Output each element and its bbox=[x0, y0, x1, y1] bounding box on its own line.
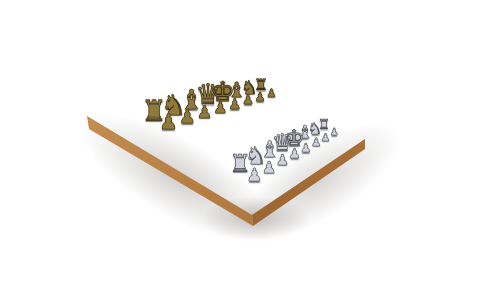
square-c2 bbox=[256, 151, 282, 166]
square-a4 bbox=[195, 148, 227, 164]
square-e1 bbox=[294, 146, 316, 159]
square-f8 bbox=[224, 93, 249, 104]
square-d4 bbox=[244, 130, 270, 143]
square-b7 bbox=[171, 118, 203, 132]
square-b4 bbox=[213, 142, 243, 157]
board-shadow bbox=[214, 98, 422, 269]
square-f2 bbox=[294, 134, 316, 146]
square-h4 bbox=[293, 112, 313, 123]
piece-white-pawn-a1: ♟ bbox=[246, 166, 262, 184]
piece-white-pawn-d1: ♟ bbox=[289, 147, 301, 161]
piece-black-pawn-h7: ♟ bbox=[266, 88, 276, 100]
square-h8 bbox=[250, 87, 272, 97]
square-h6 bbox=[271, 100, 292, 110]
square-d1 bbox=[282, 152, 306, 166]
board-side-face-left bbox=[0, 0, 480, 295]
square-b2 bbox=[241, 158, 269, 174]
square-d5 bbox=[232, 123, 258, 136]
square-b1 bbox=[255, 166, 283, 182]
square-a6 bbox=[166, 131, 200, 146]
piece-white-bishop-f2: ♝ bbox=[297, 124, 313, 142]
square-a3 bbox=[210, 157, 241, 174]
square-d7 bbox=[206, 108, 233, 120]
scene: ♜♞♟♝♟♚♟♛♟♝♟♞♟♜♟♜♟♞♟♝♟♚♟♛♟♝♟♞♟♜♟♟ bbox=[0, 0, 480, 295]
piece-black-knight-g8: ♞ bbox=[241, 79, 258, 98]
square-e4 bbox=[258, 125, 282, 137]
square-f3 bbox=[282, 127, 304, 139]
square-b6 bbox=[185, 126, 216, 140]
square-e8 bbox=[209, 97, 235, 108]
square-f6 bbox=[247, 107, 271, 118]
square-e2 bbox=[282, 139, 305, 152]
board-side-face-right bbox=[0, 0, 480, 295]
piece-black-bishop-f8: ♝ bbox=[227, 80, 246, 101]
square-d3 bbox=[257, 138, 282, 152]
piece-white-pawn-h1: ♟ bbox=[330, 128, 339, 138]
piece-white-bishop-c2: ♝ bbox=[259, 138, 280, 161]
square-g5 bbox=[271, 110, 293, 121]
square-a8 bbox=[136, 114, 171, 129]
square-g8 bbox=[237, 90, 260, 100]
square-a2 bbox=[224, 165, 255, 182]
piece-black-pawn-a7: ♟ bbox=[159, 112, 178, 133]
square-d2 bbox=[270, 145, 295, 159]
square-g3 bbox=[293, 123, 314, 134]
square-g6 bbox=[260, 103, 282, 114]
square-c4 bbox=[230, 136, 258, 150]
square-g7 bbox=[249, 97, 272, 107]
square-g1 bbox=[315, 136, 335, 148]
square-c5 bbox=[216, 128, 244, 142]
square-e7 bbox=[222, 104, 248, 116]
piece-white-pawn-f1: ♟ bbox=[311, 137, 321, 148]
piece-black-pawn-c7: ♟ bbox=[197, 104, 213, 121]
square-b5 bbox=[199, 134, 229, 149]
piece-black-pawn-f7: ♟ bbox=[242, 94, 254, 107]
piece-black-pawn-d7: ♟ bbox=[213, 100, 227, 116]
board-outer-rule bbox=[100, 79, 360, 209]
square-h7 bbox=[261, 93, 282, 103]
piece-black-rook-h8: ♜ bbox=[254, 78, 268, 94]
piece-white-pawn-c1: ♟ bbox=[276, 153, 289, 168]
piece-white-pawn-g1: ♟ bbox=[321, 132, 331, 143]
square-c7 bbox=[190, 113, 220, 126]
square-g4 bbox=[282, 116, 303, 127]
piece-white-rook-h2: ♜ bbox=[318, 118, 330, 131]
square-c8 bbox=[176, 105, 206, 118]
square-b3 bbox=[227, 150, 256, 165]
piece-black-knight-b8: ♞ bbox=[161, 91, 187, 120]
piece-white-pawn-e1: ♟ bbox=[300, 142, 311, 154]
square-h2 bbox=[314, 125, 333, 136]
square-g2 bbox=[304, 129, 324, 141]
square-a7 bbox=[151, 123, 185, 138]
square-f5 bbox=[259, 114, 282, 125]
piece-black-rook-a8: ♜ bbox=[141, 96, 167, 125]
square-h1 bbox=[325, 131, 344, 142]
piece-black-pawn-b7: ♟ bbox=[179, 107, 196, 126]
piece-white-knight-b2: ♞ bbox=[245, 144, 267, 168]
square-f7 bbox=[236, 100, 260, 111]
square-e3 bbox=[270, 132, 294, 145]
square-e6 bbox=[234, 111, 259, 123]
piece-black-pawn-e7: ♟ bbox=[228, 97, 241, 112]
piece-black-bishop-c8: ♝ bbox=[180, 87, 204, 114]
square-d6 bbox=[219, 115, 246, 128]
piece-white-knight-g2: ♞ bbox=[308, 121, 322, 137]
square-h3 bbox=[303, 118, 323, 129]
square-b8 bbox=[157, 109, 190, 123]
piece-black-queen-d8: ♛ bbox=[195, 82, 220, 110]
square-a5 bbox=[180, 140, 213, 156]
square-c6 bbox=[203, 120, 232, 133]
piece-white-rook-a2: ♜ bbox=[229, 152, 251, 176]
square-h5 bbox=[282, 106, 303, 116]
square-d8 bbox=[194, 101, 222, 113]
piece-white-queen-d2: ♛ bbox=[272, 130, 294, 154]
square-e5 bbox=[246, 118, 271, 130]
piece-black-king-e8: ♚ bbox=[211, 78, 236, 105]
square-f1 bbox=[305, 141, 326, 153]
piece-white-pawn-b1: ♟ bbox=[262, 159, 277, 175]
square-c3 bbox=[243, 143, 270, 157]
pieces-layer: ♜♞♟♝♟♚♟♛♟♝♟♞♟♜♟♜♟♞♟♝♟♚♟♛♟♝♟♞♟♜♟♟ bbox=[0, 0, 480, 295]
piece-black-pawn-g7: ♟ bbox=[255, 91, 266, 103]
square-a1 bbox=[239, 174, 269, 191]
piece-white-king-e2: ♚ bbox=[284, 125, 305, 148]
square-c1 bbox=[269, 159, 295, 174]
square-f4 bbox=[271, 120, 294, 132]
